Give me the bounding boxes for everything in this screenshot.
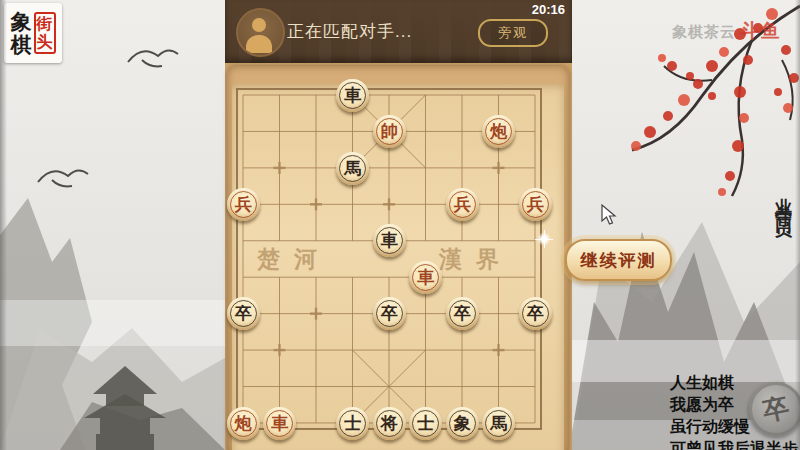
piece-black-r6c8[interactable]: 卒 [517,296,554,332]
crane-icon [38,50,178,186]
piece-black-r9c3[interactable]: 士 [335,405,372,441]
piece-red-r3c8[interactable]: 兵 [517,186,554,222]
continue-eval-button[interactable]: 继续评测 [565,239,672,281]
left-edge-shade [0,0,7,450]
piece-black-r4c4[interactable]: 車 [371,223,408,259]
piece-red-r1c4[interactable]: 帥 [371,113,408,149]
piece-red-r3c0[interactable]: 兵 [225,186,262,222]
app-logo: 象 棋 街 头 [4,3,62,63]
piece-black-r6c4[interactable]: 卒 [371,296,408,332]
stream-watermark: 象棋茶云 斗鱼 [672,18,780,44]
piece-red-r5c5[interactable]: 車 [408,259,445,295]
left-ink-art [0,0,225,450]
piece-red-r1c7[interactable]: 炮 [481,113,518,149]
matching-status-text: 正在匹配对手... [287,20,412,43]
piece-black-r6c6[interactable]: 卒 [444,296,481,332]
app-screen: 象 棋 街 头 象棋茶云 斗鱼 [0,0,800,450]
mouse-cursor-icon [601,204,617,226]
piece-red-r9c1[interactable]: 車 [262,405,299,441]
vertical-slogan: 业叁守门员 [773,184,796,214]
piece-black-r9c5[interactable]: 士 [408,405,445,441]
xiangqi-board[interactable]: 楚河 漢界 車帥炮馬兵兵兵車車卒卒卒卒炮車士将士象馬 [227,66,569,450]
watermark-red-text: 斗鱼 [740,20,780,41]
poem-line-4: 可曾见我后退半步 [670,438,798,450]
watermark-gray-text: 象棋茶云 [672,23,736,40]
pieces-layer: 車帥炮馬兵兵兵車車卒卒卒卒炮車士将士象馬 [225,77,554,441]
spectate-button[interactable]: 旁观 [478,19,548,47]
avatar-person-icon [252,18,266,32]
piece-black-r9c7[interactable]: 馬 [481,405,518,441]
piece-red-r3c6[interactable]: 兵 [444,186,481,222]
right-edge-shade [795,0,800,450]
piece-black-r9c6[interactable]: 象 [444,405,481,441]
piece-black-r6c0[interactable]: 卒 [225,296,262,332]
match-topbar: 正在匹配对手... 旁观 20:16 [225,0,572,63]
piece-black-r9c4[interactable]: 将 [371,405,408,441]
piece-red-r9c0[interactable]: 炮 [225,405,262,441]
logo-xiangqi-text: 象 棋 [11,10,32,56]
match-timer: 20:16 [532,2,565,17]
opponent-avatar[interactable] [236,8,285,57]
sparkle-effect [537,232,551,246]
game-area: 正在匹配对手... 旁观 20:16 楚河 漢界 車帥炮馬兵兵兵車車卒卒卒卒炮車… [225,0,572,450]
stone-pawn-decoration: 卒 [749,382,800,436]
piece-black-r0c3[interactable]: 車 [335,77,372,113]
piece-black-r2c3[interactable]: 馬 [335,150,372,186]
left-ink-panel: 象 棋 街 头 [0,0,225,450]
logo-seal: 街 头 [34,12,56,54]
